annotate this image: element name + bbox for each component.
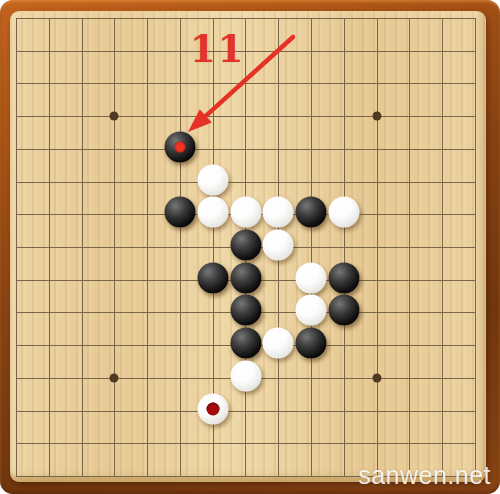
grid-cell[interactable]: [49, 18, 82, 51]
grid-cell[interactable]: [442, 411, 475, 444]
grid-cell[interactable]: [245, 18, 278, 51]
stone-black: [230, 295, 261, 326]
grid-cell[interactable]: [344, 51, 377, 84]
grid-cell[interactable]: [245, 116, 278, 149]
grid-cell[interactable]: [409, 18, 442, 51]
grid-cell[interactable]: [278, 149, 311, 182]
stone-black: [328, 262, 359, 293]
grid-cell[interactable]: [16, 443, 49, 476]
grid-cell[interactable]: [409, 182, 442, 215]
grid-cell[interactable]: [82, 312, 115, 345]
grid-cell[interactable]: [49, 345, 82, 378]
grid-cell[interactable]: [311, 51, 344, 84]
grid-cell[interactable]: [442, 214, 475, 247]
grid-cell[interactable]: [16, 182, 49, 215]
grid-cell[interactable]: [147, 280, 180, 313]
stone-black: [230, 229, 261, 260]
grid-cell[interactable]: [16, 83, 49, 116]
grid-cell[interactable]: [114, 51, 147, 84]
grid-cell[interactable]: [82, 443, 115, 476]
grid-cell[interactable]: [442, 280, 475, 313]
grid-cell[interactable]: [377, 182, 410, 215]
grid-cell[interactable]: [344, 345, 377, 378]
grid-cell[interactable]: [442, 83, 475, 116]
grid-cell[interactable]: [16, 214, 49, 247]
grid-cell[interactable]: [344, 411, 377, 444]
grid-cell[interactable]: [82, 214, 115, 247]
grid-cell[interactable]: [213, 83, 246, 116]
grid-cell[interactable]: [409, 312, 442, 345]
grid-cell[interactable]: [49, 116, 82, 149]
grid-cell[interactable]: [409, 247, 442, 280]
grid-cell[interactable]: [82, 280, 115, 313]
grid-cell[interactable]: [16, 378, 49, 411]
stone-black: [230, 328, 261, 359]
grid-cell[interactable]: [377, 247, 410, 280]
grid-cell[interactable]: [442, 378, 475, 411]
grid-cell[interactable]: [311, 411, 344, 444]
grid-cell[interactable]: [377, 149, 410, 182]
grid-cell[interactable]: [245, 149, 278, 182]
grid-cell[interactable]: [311, 149, 344, 182]
grid-cell[interactable]: [147, 83, 180, 116]
grid-cell[interactable]: [442, 345, 475, 378]
grid-cell[interactable]: [442, 182, 475, 215]
grid-cell[interactable]: [278, 51, 311, 84]
grid-cell[interactable]: [180, 345, 213, 378]
grid-cell[interactable]: [82, 378, 115, 411]
grid-cell[interactable]: [409, 280, 442, 313]
grid-cell[interactable]: [442, 51, 475, 84]
grid-cell[interactable]: [245, 411, 278, 444]
grid-cell[interactable]: [49, 83, 82, 116]
star-point: [110, 373, 119, 382]
grid-cell[interactable]: [377, 116, 410, 149]
grid-cell[interactable]: [16, 247, 49, 280]
grid-cell[interactable]: [114, 312, 147, 345]
grid-cell[interactable]: [49, 411, 82, 444]
grid-cell[interactable]: [344, 378, 377, 411]
grid-cell[interactable]: [278, 443, 311, 476]
grid-cell[interactable]: [147, 443, 180, 476]
stone-black: [230, 262, 261, 293]
grid-cell[interactable]: [377, 51, 410, 84]
grid-cell[interactable]: [16, 312, 49, 345]
grid-cell[interactable]: [409, 411, 442, 444]
grid-cell[interactable]: [114, 116, 147, 149]
grid-cell[interactable]: [49, 214, 82, 247]
grid-cell[interactable]: [409, 378, 442, 411]
grid-cell[interactable]: [311, 116, 344, 149]
grid-cell[interactable]: [114, 214, 147, 247]
star-point: [110, 112, 119, 121]
grid-cell[interactable]: [114, 443, 147, 476]
grid-cell[interactable]: [278, 411, 311, 444]
grid-cell[interactable]: [82, 411, 115, 444]
grid-cell[interactable]: [180, 83, 213, 116]
grid-cell[interactable]: [278, 18, 311, 51]
watermark: sanwen.net: [358, 461, 491, 490]
star-point: [372, 112, 381, 121]
grid-cell[interactable]: [409, 214, 442, 247]
grid-cell[interactable]: [114, 378, 147, 411]
last-move-red-dot: [174, 141, 185, 152]
grid-cell[interactable]: [82, 116, 115, 149]
grid-cell[interactable]: [180, 443, 213, 476]
grid-cell[interactable]: [344, 149, 377, 182]
stone-white: [263, 229, 294, 260]
grid-cell[interactable]: [311, 83, 344, 116]
grid-cell[interactable]: [409, 345, 442, 378]
grid-cell[interactable]: [278, 116, 311, 149]
grid-cell[interactable]: [82, 18, 115, 51]
grid-cell[interactable]: [49, 149, 82, 182]
grid-cell[interactable]: [147, 312, 180, 345]
grid-cell[interactable]: [278, 378, 311, 411]
grid-cell[interactable]: [147, 345, 180, 378]
stone-white: [263, 197, 294, 228]
grid-cell[interactable]: [409, 149, 442, 182]
grid-cell[interactable]: [49, 312, 82, 345]
stone-white: [263, 328, 294, 359]
grid-cell[interactable]: [147, 378, 180, 411]
grid-cell[interactable]: [278, 83, 311, 116]
grid-cell[interactable]: [311, 378, 344, 411]
grid-cell[interactable]: [82, 83, 115, 116]
grid-cell[interactable]: [442, 247, 475, 280]
grid-cell[interactable]: [409, 116, 442, 149]
grid-cell[interactable]: [377, 214, 410, 247]
star-point: [372, 373, 381, 382]
grid-cell[interactable]: [213, 443, 246, 476]
grid-cell[interactable]: [114, 247, 147, 280]
grid-cell[interactable]: [344, 18, 377, 51]
grid-cell[interactable]: [114, 149, 147, 182]
grid-cell[interactable]: [114, 345, 147, 378]
grid-cell[interactable]: [409, 51, 442, 84]
stone-black-marked: [164, 131, 195, 162]
stone-white: [230, 360, 261, 391]
stone-black: [164, 197, 195, 228]
grid-cell[interactable]: [245, 443, 278, 476]
grid-cell[interactable]: [147, 18, 180, 51]
stone-black: [296, 328, 327, 359]
grid-cell[interactable]: [311, 18, 344, 51]
grid-cell[interactable]: [442, 312, 475, 345]
stone-white: [197, 164, 228, 195]
grid-cell[interactable]: [16, 51, 49, 84]
grid-cell[interactable]: [377, 280, 410, 313]
grid-cell[interactable]: [82, 149, 115, 182]
grid-cell[interactable]: [311, 443, 344, 476]
board-frame: 11 sanwen.net: [0, 0, 500, 494]
grid-cell[interactable]: [344, 116, 377, 149]
grid-cell[interactable]: [377, 312, 410, 345]
grid-cell[interactable]: [213, 116, 246, 149]
grid-cell[interactable]: [16, 280, 49, 313]
grid-cell[interactable]: [114, 411, 147, 444]
grid-cell[interactable]: [82, 51, 115, 84]
grid-cell[interactable]: [245, 51, 278, 84]
stone-black: [197, 262, 228, 293]
grid-cell[interactable]: [377, 411, 410, 444]
grid-cell[interactable]: [147, 247, 180, 280]
grid-cell[interactable]: [377, 18, 410, 51]
stone-white-marked: [197, 393, 228, 424]
move-number-label: 11: [190, 31, 246, 68]
grid-cell[interactable]: [114, 83, 147, 116]
grid-cell[interactable]: [49, 182, 82, 215]
stone-white: [296, 262, 327, 293]
grid-cell[interactable]: [82, 182, 115, 215]
stone-white: [197, 197, 228, 228]
stone-white: [230, 197, 261, 228]
stone-white: [296, 295, 327, 326]
grid-cell[interactable]: [49, 51, 82, 84]
grid-cell[interactable]: [16, 149, 49, 182]
grid-cell[interactable]: [377, 345, 410, 378]
grid-cell[interactable]: [442, 116, 475, 149]
grid-cell[interactable]: [49, 247, 82, 280]
grid-cell[interactable]: [82, 247, 115, 280]
grid-cell[interactable]: [114, 18, 147, 51]
grid-cell[interactable]: [82, 345, 115, 378]
grid-cell[interactable]: [344, 83, 377, 116]
grid-cell[interactable]: [180, 312, 213, 345]
stone-black: [328, 295, 359, 326]
grid-cell[interactable]: [49, 378, 82, 411]
grid-cell[interactable]: [147, 51, 180, 84]
grid-cell[interactable]: [49, 443, 82, 476]
stone-black: [296, 197, 327, 228]
grid-cell[interactable]: [377, 83, 410, 116]
grid-cell[interactable]: [409, 83, 442, 116]
stone-white: [328, 197, 359, 228]
grid-cell[interactable]: [245, 83, 278, 116]
last-move-red-dot: [206, 402, 219, 415]
grid-cell[interactable]: [377, 378, 410, 411]
grid-cell[interactable]: [16, 345, 49, 378]
grid-cell[interactable]: [114, 182, 147, 215]
grid-cell[interactable]: [442, 18, 475, 51]
grid-cell[interactable]: [16, 411, 49, 444]
grid-cell[interactable]: [114, 280, 147, 313]
grid-cell[interactable]: [147, 411, 180, 444]
grid-cell[interactable]: [16, 18, 49, 51]
grid-cell[interactable]: [16, 116, 49, 149]
grid-cell[interactable]: [442, 149, 475, 182]
grid-cell[interactable]: [49, 280, 82, 313]
